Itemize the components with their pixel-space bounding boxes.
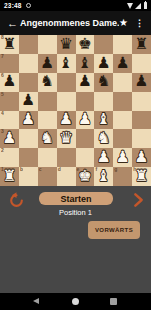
undo-icon: [8, 192, 25, 209]
white-pawn: ♟: [0, 129, 19, 148]
square-b2[interactable]: [19, 148, 38, 167]
square-a3[interactable]: 3♟: [0, 129, 19, 148]
square-b8[interactable]: [19, 35, 38, 54]
coord-label: c: [39, 167, 42, 172]
square-c3[interactable]: ♞: [38, 129, 57, 148]
white-queen: ♛: [57, 129, 76, 148]
nav-home-icon[interactable]: [72, 298, 79, 305]
square-a4[interactable]: 4: [0, 111, 19, 130]
page-title: Angenommenes Dame...: [18, 18, 119, 28]
square-h2[interactable]: ♟: [132, 148, 151, 167]
square-f5[interactable]: [94, 92, 113, 111]
square-e3[interactable]: [76, 129, 95, 148]
square-b6[interactable]: [19, 73, 38, 92]
square-g7[interactable]: ♟: [113, 54, 132, 73]
square-d8[interactable]: ♛: [57, 35, 76, 54]
nav-back-icon[interactable]: [33, 298, 39, 304]
square-b3[interactable]: [19, 129, 38, 148]
square-e6[interactable]: ♟: [76, 73, 95, 92]
notification-icon: [26, 3, 31, 8]
coord-label: g: [114, 167, 117, 172]
square-e2[interactable]: [76, 148, 95, 167]
android-nav-bar: [0, 293, 151, 310]
next-button[interactable]: [131, 192, 146, 208]
white-bishop: ♝: [94, 167, 113, 186]
square-h1[interactable]: h♜: [132, 167, 151, 186]
square-d6[interactable]: [57, 73, 76, 92]
square-a2[interactable]: 2: [0, 148, 19, 167]
square-c1[interactable]: c: [38, 167, 57, 186]
square-e7[interactable]: ♝: [76, 54, 95, 73]
square-b4[interactable]: ♟: [19, 111, 38, 130]
square-g1[interactable]: g: [113, 167, 132, 186]
status-bar: 23:48: [0, 0, 151, 11]
black-pawn: ♟: [132, 73, 151, 92]
back-arrow-icon[interactable]: ←: [7, 18, 18, 29]
square-d1[interactable]: d: [57, 167, 76, 186]
coord-label: b: [20, 167, 23, 172]
square-d4[interactable]: ♟: [57, 111, 76, 130]
black-bishop: ♝: [76, 54, 95, 73]
square-f8[interactable]: [94, 35, 113, 54]
white-rook: ♜: [132, 167, 151, 186]
square-g2[interactable]: ♟: [113, 148, 132, 167]
black-pawn: ♟: [76, 73, 95, 92]
white-rook: ♜: [0, 167, 19, 186]
undo-button[interactable]: [8, 192, 25, 209]
chevron-right-icon: [131, 192, 146, 208]
coord-label: d: [58, 167, 61, 172]
square-b5[interactable]: ♟: [19, 92, 38, 111]
wifi-icon: [127, 3, 133, 9]
white-pawn: ♟: [76, 111, 95, 130]
signal-icon: [135, 3, 141, 9]
square-f6[interactable]: ♞: [94, 73, 113, 92]
white-knight: ♞: [94, 129, 113, 148]
square-f1[interactable]: f♝: [94, 167, 113, 186]
square-e8[interactable]: ♚: [76, 35, 95, 54]
square-h4[interactable]: [132, 111, 151, 130]
app-screen: 23:48 ← Angenommenes Dame... ★ ⋮ 8♜♛♚♜7♟…: [0, 0, 151, 310]
black-pawn: ♟: [113, 54, 132, 73]
black-queen: ♛: [57, 35, 76, 54]
nav-recents-icon[interactable]: [110, 298, 117, 305]
square-f3[interactable]: ♞: [94, 129, 113, 148]
square-c8[interactable]: [38, 35, 57, 54]
black-rook: ♜: [132, 35, 151, 54]
square-g4[interactable]: [113, 111, 132, 130]
battery-icon: [144, 2, 148, 9]
square-f2[interactable]: ♟: [94, 148, 113, 167]
position-label: Position 1: [0, 208, 151, 217]
square-g6[interactable]: [113, 73, 132, 92]
favorite-star-icon[interactable]: ★: [119, 18, 128, 28]
black-knight: ♞: [94, 73, 113, 92]
square-h7[interactable]: [132, 54, 151, 73]
coord-label: 2: [1, 148, 4, 153]
square-e5[interactable]: [76, 92, 95, 111]
black-knight: ♞: [38, 73, 57, 92]
white-pawn: ♟: [19, 111, 38, 130]
square-a7[interactable]: 7: [0, 54, 19, 73]
white-pawn: ♟: [57, 111, 76, 130]
square-e4[interactable]: ♟: [76, 111, 95, 130]
square-f4[interactable]: ♝: [94, 111, 113, 130]
white-pawn: ♟: [113, 148, 132, 167]
square-c5[interactable]: [38, 92, 57, 111]
black-king: ♚: [76, 35, 95, 54]
square-d2[interactable]: [57, 148, 76, 167]
square-b7[interactable]: [19, 54, 38, 73]
square-h6[interactable]: ♟: [132, 73, 151, 92]
square-d7[interactable]: ♝: [57, 54, 76, 73]
square-c7[interactable]: ♟: [38, 54, 57, 73]
white-pawn: ♟: [94, 148, 113, 167]
square-c4[interactable]: [38, 111, 57, 130]
square-a6[interactable]: 6♟: [0, 73, 19, 92]
square-e1[interactable]: e♚: [76, 167, 95, 186]
black-bishop: ♝: [57, 54, 76, 73]
square-d3[interactable]: ♛: [57, 129, 76, 148]
square-a5[interactable]: 5: [0, 92, 19, 111]
overflow-menu-icon[interactable]: ⋮: [135, 19, 144, 28]
clock: 23:48: [4, 2, 22, 9]
square-b1[interactable]: b: [19, 167, 38, 186]
white-bishop: ♝: [94, 111, 113, 130]
chess-board[interactable]: 8♜♛♚♜7♟♝♝♟♟6♟♞♟♞♟5♟4♟♟♟♝3♟♞♛♞2♟♟♟1♜bcde♚…: [0, 35, 151, 186]
app-bar: ← Angenommenes Dame... ★ ⋮: [0, 11, 151, 35]
square-g5[interactable]: [113, 92, 132, 111]
coord-label: 4: [1, 111, 4, 116]
white-pawn: ♟: [132, 148, 151, 167]
control-panel: Starten Position 1 VORWÄRTS: [0, 186, 151, 293]
square-f7[interactable]: ♟: [94, 54, 113, 73]
black-pawn: ♟: [19, 92, 38, 111]
square-c6[interactable]: ♞: [38, 73, 57, 92]
square-h5[interactable]: [132, 92, 151, 111]
square-a1[interactable]: 1♜: [0, 167, 19, 186]
square-h8[interactable]: ♜: [132, 35, 151, 54]
white-king: ♚: [76, 167, 95, 186]
status-icons: [127, 2, 148, 9]
square-c2[interactable]: [38, 148, 57, 167]
square-h3[interactable]: [132, 129, 151, 148]
black-pawn: ♟: [94, 54, 113, 73]
coord-label: 7: [1, 54, 4, 59]
square-a8[interactable]: 8♜: [0, 35, 19, 54]
black-pawn: ♟: [38, 54, 57, 73]
square-d5[interactable]: [57, 92, 76, 111]
square-g3[interactable]: [113, 129, 132, 148]
black-pawn: ♟: [0, 73, 19, 92]
forward-button[interactable]: VORWÄRTS: [88, 221, 140, 239]
white-knight: ♞: [38, 129, 57, 148]
coord-label: 5: [1, 92, 4, 97]
start-button[interactable]: Starten: [39, 192, 113, 205]
square-g8[interactable]: [113, 35, 132, 54]
black-rook: ♜: [0, 35, 19, 54]
